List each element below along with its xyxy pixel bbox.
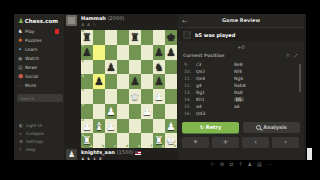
app-window: ♟Chess.com ♞Play❖Puzzles✦Learn◉Watch▤New… [14,14,306,160]
black-king-h8: ♚ [165,30,177,45]
rank-label-4: 4 [82,89,84,92]
square-c6[interactable]: ♟ [105,60,117,75]
square-e4[interactable]: ♛ [129,89,141,104]
bottom-player-name[interactable]: knights_aan (1500) [81,149,141,155]
square-g4[interactable]: ♟ [153,89,165,104]
square-f2[interactable] [141,119,153,134]
move-row: 15.a4a6 [178,103,298,110]
rank-label-1: 1 [82,134,84,137]
bottom-player-rating: (1500) [117,149,134,155]
white-move[interactable]: c3 [196,61,234,68]
knight-icon: ♞ [18,27,25,36]
square-h4[interactable] [165,89,177,104]
back-button[interactable]: ‹ [242,137,269,148]
square-f8[interactable] [141,30,153,45]
black-pawn-c6: ♟ [105,60,117,75]
square-a4[interactable]: 4 [81,89,93,104]
move-list-scrollbar[interactable] [299,64,301,92]
panel-footer-icons: ⚐⚙⇄↑♟▤⋯ [178,151,304,170]
square-h2[interactable]: ♟ [165,119,177,134]
rank-label-3: 3 [82,104,84,107]
forward-button[interactable]: › [272,137,299,148]
square-a1[interactable]: ♜1a [81,133,93,148]
logo-text: Chess.com [25,18,58,24]
expand-icon[interactable]: ⤢ [294,53,298,58]
white-pawn-f3: ♟ [141,104,153,119]
file-label-a: a [90,145,92,148]
square-a3[interactable]: 3 [81,104,93,119]
white-move[interactable]: Qe4 [196,75,234,82]
square-c5[interactable] [105,74,117,89]
chess-board: ♜8♜♚♟7♟♟6♟♞5♟♟♟4♛♟3♟♟♟2♝♟♟♜1abcdef♜g♚h [81,30,177,148]
rank-label-8: 8 [82,30,84,33]
panel-title: Game Review [178,17,304,23]
square-f1[interactable]: f [141,133,153,148]
learn-icon: ✦ [18,45,25,54]
move-feedback: ♟ b5 was played [178,29,304,41]
square-g1[interactable]: ♜g [153,133,165,148]
move-row: 16.Qd3 [178,110,298,117]
top-player-bar: Hammah (2000) ♙ ♙ ♘ [66,15,190,29]
black-pawn-b5: ♟ [93,74,105,89]
bottom-player-bar: ♟ knights_aan (1500) ♟ ♞ ♝ ♛ [66,149,190,163]
file-label-e: e [138,145,140,148]
black-knight-g6: ♞ [153,60,165,75]
flip-board-icon[interactable]: ⇄ [229,161,233,168]
us-flag-icon [135,151,141,155]
logo-pawn-icon: ♟ [18,17,24,25]
social-icon: ☻ [18,72,25,81]
sidebar-item-puzzles[interactable]: ❖Puzzles [18,36,62,45]
gear-icon[interactable]: ⚙ [220,161,224,168]
move-feedback-text: b5 was played [195,32,235,38]
square-b1[interactable]: b [93,133,105,148]
review-panel: ← Game Review ♟ b5 was played +0 Current… [178,14,304,160]
square-b4[interactable] [93,89,105,104]
file-label-b: b [102,145,104,148]
black-move[interactable]: Ra8 [234,89,272,96]
square-h8[interactable]: ♚ [165,30,177,45]
square-d4[interactable] [117,89,129,104]
square-g5[interactable]: ♟ [153,74,165,89]
square-d6[interactable] [117,60,129,75]
move-number: 10. [184,68,196,75]
current-position-label: Current Position [183,53,225,58]
square-h1[interactable]: ♚h [165,133,177,148]
white-pawn-g4: ♟ [153,89,165,104]
white-move[interactable]: Qd3 [196,110,234,117]
white-move[interactable]: g4 [196,82,234,89]
plus-icon: + [223,138,228,146]
move-list: 9.c3Re810.Qe2Nf411.Qe4Ng612.g4Rab813.Rg1… [178,61,298,118]
rank-label-5: 5 [82,75,84,78]
black-pawn-g7: ♟ [153,45,165,60]
bottom-player-captured-pieces: ♟ ♞ ♝ ♛ [81,156,103,161]
move-number: 11. [184,75,196,82]
sidebar-item-news[interactable]: ▤News [18,63,62,72]
file-label-d: d [126,145,128,148]
square-e2[interactable] [129,119,141,134]
moves-list-icon[interactable]: ▤ [257,161,262,168]
white-move[interactable]: Kh1 [196,96,234,103]
white-queen-e4: ♛ [129,89,141,104]
white-move[interactable]: a4 [196,103,234,110]
square-g6[interactable]: ♞ [153,60,165,75]
black-pawn-e5: ♟ [129,74,141,89]
bottom-player-avatar[interactable]: ♟ [66,149,77,160]
square-c8[interactable] [105,30,117,45]
white-move[interactable]: Rg1 [196,89,234,96]
square-b7[interactable] [93,45,105,60]
square-h5[interactable] [165,74,177,89]
top-player-name[interactable]: Hammah (2000) [81,15,124,21]
black-move[interactable]: Nf4 [234,68,272,75]
square-f5[interactable] [141,74,153,89]
black-move[interactable]: Ng6 [234,75,272,82]
square-c1[interactable]: c [105,133,117,148]
square-g3[interactable] [153,104,165,119]
square-b5[interactable]: ♟ [93,74,105,89]
square-h7[interactable]: ♟ [165,45,177,60]
help-icon: ? [19,146,26,154]
more-icon: ⋯ [18,81,25,90]
chevron-left-icon: ‹ [254,138,257,146]
sidebar-item-social[interactable]: ☻Social [18,72,62,81]
top-player-avatar[interactable] [66,15,77,26]
move-row: 12.g4Rab8 [178,82,298,89]
square-f6[interactable] [141,60,153,75]
top-player-rating: (2000) [108,15,125,21]
black-move[interactable]: Rab8 [234,82,272,89]
move-row: 11.Qe4Ng6 [178,75,298,82]
square-h3[interactable] [165,104,177,119]
evaluation-score: +0 [178,44,304,50]
square-c7[interactable] [105,45,117,60]
light-icon: ◐ [19,122,26,130]
game-area: Hammah (2000) ♙ ♙ ♘ ♜8♜♚♟7♟♟6♟♞5♟♟♟4♛♟3♟… [64,14,192,160]
move-row: 10.Qe2Nf4 [178,68,298,75]
file-label-f: f [151,145,152,148]
list-icon[interactable]: ≡ [286,53,290,58]
move-row: 9.c3Re8 [178,61,298,68]
square-g2[interactable] [153,119,165,134]
magnifier-icon [256,125,261,130]
square-e8[interactable]: ♜ [129,30,141,45]
rank-label-6: 6 [82,60,84,63]
square-g8[interactable] [153,30,165,45]
black-rook-e8: ♜ [129,30,141,45]
sidebar-footer-help[interactable]: ?Help [19,146,36,154]
square-e6[interactable] [129,60,141,75]
square-h6[interactable] [165,60,177,75]
move-number: 9. [184,61,196,68]
square-a7[interactable]: ♟7 [81,45,93,60]
square-b2[interactable]: ♝ [93,119,105,134]
watch-icon: ◉ [18,54,25,63]
sidebar-item-play[interactable]: ♞Play [18,27,62,36]
gear-icon: ⚙ [19,138,26,146]
sidebar-item-learn[interactable]: ✦Learn [18,45,62,54]
file-label-h: h [174,145,176,148]
black-pawn-h7: ♟ [165,45,177,60]
move-number: 16. [184,110,196,117]
move-number: 12. [184,82,196,89]
square-e7[interactable] [129,45,141,60]
square-b8[interactable] [93,30,105,45]
more-icon[interactable]: ⋯ [267,161,272,168]
black-move[interactable]: Re8 [234,61,272,68]
black-pawn-g5: ♟ [153,74,165,89]
square-b6[interactable] [93,60,105,75]
square-f3[interactable]: ♟ [141,104,153,119]
square-f4[interactable] [141,89,153,104]
square-d7[interactable] [117,45,129,60]
square-a5[interactable]: 5 [81,74,93,89]
square-e5[interactable]: ♟ [129,74,141,89]
sidebar-item-watch[interactable]: ◉Watch [18,54,62,63]
square-d1[interactable]: d [117,133,129,148]
pieces-icon[interactable]: ♟ [248,161,252,168]
white-pawn-h2: ♟ [165,119,177,134]
square-a8[interactable]: ♜8 [81,30,93,45]
search-input[interactable] [17,94,63,102]
notification-badge [55,29,60,34]
move-number: 15. [184,103,196,110]
square-c2[interactable]: ♟ [105,119,117,134]
move-number: 13. [184,89,196,96]
page-scrollbar-fragment [307,148,312,160]
white-pawn-c2: ♟ [105,119,117,134]
sidebar-footer-settings[interactable]: ⚙Settings [19,138,43,146]
white-move[interactable]: Qe2 [196,68,234,75]
sidebar-footer-collapse[interactable]: «Collapse [19,130,44,138]
sidebar: ♟Chess.com ♞Play❖Puzzles✦Learn◉Watch▤New… [14,14,64,160]
played-piece-icon: ♟ [183,31,191,39]
news-icon: ▤ [18,63,25,72]
square-d5[interactable] [117,74,129,89]
hint-button[interactable]: ✦ [182,137,209,148]
sidebar-item-more[interactable]: ⋯More [18,81,62,90]
square-e3[interactable] [129,104,141,119]
move-row: 14.Kh1b5 [178,96,298,103]
rank-label-7: 7 [82,45,84,48]
panel-header: ← Game Review [178,14,304,28]
square-a2[interactable]: ♟2 [81,119,93,134]
lightbulb-icon: ✦ [193,138,198,146]
square-d8[interactable] [117,30,129,45]
white-pawn-c3: ♟ [105,104,117,119]
chesscom-logo[interactable]: ♟Chess.com [18,17,58,25]
white-bishop-b2: ♝ [93,119,105,134]
file-label-c: c [114,145,116,148]
square-e1[interactable]: e [129,133,141,148]
square-a6[interactable]: 6 [81,60,93,75]
retry-button[interactable]: ↻ Retry [182,122,239,133]
rank-label-2: 2 [82,119,84,122]
square-b3[interactable] [93,104,105,119]
puzzle-icon: ❖ [18,36,25,45]
square-d2[interactable] [117,119,129,134]
black-move[interactable]: b5 [234,96,272,103]
move-number: 14. [184,96,196,103]
square-c4[interactable] [105,89,117,104]
black-move[interactable]: a6 [234,103,272,110]
square-c3[interactable]: ♟ [105,104,117,119]
square-d3[interactable] [117,104,129,119]
add-button[interactable]: + [212,137,239,148]
move-row: 13.Rg1Ra8 [178,89,298,96]
chevron-right-icon: › [284,138,287,146]
square-g7[interactable]: ♟ [153,45,165,60]
flag-icon[interactable]: ⚐ [210,161,214,168]
collapse-icon: « [19,130,26,138]
square-f7[interactable] [141,45,153,60]
sidebar-footer-light-ui[interactable]: ◐Light UI [19,122,42,130]
top-player-captured-pieces: ♙ ♙ ♘ [81,22,97,27]
black-move[interactable] [234,110,272,117]
share-icon[interactable]: ↑ [238,161,242,168]
analysis-button[interactable]: Analysis [243,122,300,133]
file-label-g: g [162,145,164,148]
